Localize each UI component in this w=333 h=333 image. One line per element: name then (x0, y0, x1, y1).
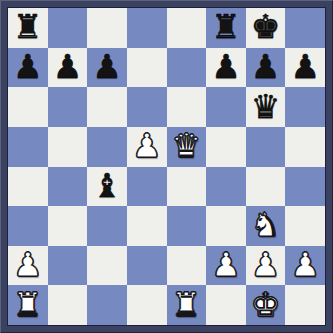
white-pawn[interactable]: ♟ (132, 129, 162, 162)
square-d6[interactable] (127, 87, 167, 127)
square-f5[interactable] (206, 127, 246, 167)
square-a1[interactable]: ♜ (8, 285, 48, 325)
square-e4[interactable] (167, 167, 207, 207)
square-f8[interactable]: ♜ (206, 8, 246, 48)
square-g6[interactable]: ♛ (246, 87, 286, 127)
square-c8[interactable] (87, 8, 127, 48)
square-h4[interactable] (285, 167, 325, 207)
black-pawn[interactable]: ♟ (290, 50, 320, 83)
square-a5[interactable] (8, 127, 48, 167)
square-d3[interactable] (127, 206, 167, 246)
square-f4[interactable] (206, 167, 246, 207)
square-c7[interactable]: ♟ (87, 48, 127, 88)
white-pawn[interactable]: ♟ (251, 248, 281, 281)
square-f7[interactable]: ♟ (206, 48, 246, 88)
square-b6[interactable] (48, 87, 88, 127)
chess-board: ♜♜♚♟♟♟♟♟♟♛♟♛♝♞♟♟♟♟♜♜♚ (8, 8, 325, 325)
square-h2[interactable]: ♟ (285, 246, 325, 286)
black-pawn[interactable]: ♟ (92, 50, 122, 83)
square-d8[interactable] (127, 8, 167, 48)
square-c2[interactable] (87, 246, 127, 286)
square-d4[interactable] (127, 167, 167, 207)
square-e7[interactable] (167, 48, 207, 88)
square-b7[interactable]: ♟ (48, 48, 88, 88)
square-f1[interactable] (206, 285, 246, 325)
square-e5[interactable]: ♛ (167, 127, 207, 167)
white-rook[interactable]: ♜ (13, 288, 43, 321)
white-queen[interactable]: ♛ (172, 129, 202, 162)
black-queen[interactable]: ♛ (251, 90, 281, 123)
square-b5[interactable] (48, 127, 88, 167)
black-rook[interactable]: ♜ (13, 10, 43, 43)
black-bishop[interactable]: ♝ (92, 169, 122, 202)
white-pawn[interactable]: ♟ (211, 248, 241, 281)
black-pawn[interactable]: ♟ (13, 50, 43, 83)
square-h7[interactable]: ♟ (285, 48, 325, 88)
square-d1[interactable] (127, 285, 167, 325)
black-rook[interactable]: ♜ (211, 10, 241, 43)
square-h6[interactable] (285, 87, 325, 127)
square-d5[interactable]: ♟ (127, 127, 167, 167)
white-pawn[interactable]: ♟ (13, 248, 43, 281)
square-h8[interactable] (285, 8, 325, 48)
square-e2[interactable] (167, 246, 207, 286)
square-h3[interactable] (285, 206, 325, 246)
square-g3[interactable]: ♞ (246, 206, 286, 246)
square-e1[interactable]: ♜ (167, 285, 207, 325)
square-f6[interactable] (206, 87, 246, 127)
white-king[interactable]: ♚ (251, 288, 281, 321)
square-a7[interactable]: ♟ (8, 48, 48, 88)
square-g7[interactable]: ♟ (246, 48, 286, 88)
square-h1[interactable] (285, 285, 325, 325)
square-c6[interactable] (87, 87, 127, 127)
square-b8[interactable] (48, 8, 88, 48)
white-knight[interactable]: ♞ (251, 208, 281, 241)
square-g4[interactable] (246, 167, 286, 207)
square-b3[interactable] (48, 206, 88, 246)
square-g8[interactable]: ♚ (246, 8, 286, 48)
square-e6[interactable] (167, 87, 207, 127)
square-g5[interactable] (246, 127, 286, 167)
black-pawn[interactable]: ♟ (53, 50, 83, 83)
square-f3[interactable] (206, 206, 246, 246)
square-b2[interactable] (48, 246, 88, 286)
white-rook[interactable]: ♜ (172, 288, 202, 321)
black-pawn[interactable]: ♟ (251, 50, 281, 83)
square-a4[interactable] (8, 167, 48, 207)
square-d7[interactable] (127, 48, 167, 88)
square-a3[interactable] (8, 206, 48, 246)
square-c4[interactable]: ♝ (87, 167, 127, 207)
square-c1[interactable] (87, 285, 127, 325)
square-a6[interactable] (8, 87, 48, 127)
square-c5[interactable] (87, 127, 127, 167)
square-b1[interactable] (48, 285, 88, 325)
black-pawn[interactable]: ♟ (211, 50, 241, 83)
chess-board-frame: ♜♜♚♟♟♟♟♟♟♛♟♛♝♞♟♟♟♟♜♜♚ (0, 0, 333, 333)
square-e3[interactable] (167, 206, 207, 246)
square-e8[interactable] (167, 8, 207, 48)
square-c3[interactable] (87, 206, 127, 246)
square-b4[interactable] (48, 167, 88, 207)
square-a8[interactable]: ♜ (8, 8, 48, 48)
white-pawn[interactable]: ♟ (290, 248, 320, 281)
square-d2[interactable] (127, 246, 167, 286)
square-h5[interactable] (285, 127, 325, 167)
black-king[interactable]: ♚ (251, 10, 281, 43)
square-g2[interactable]: ♟ (246, 246, 286, 286)
square-a2[interactable]: ♟ (8, 246, 48, 286)
square-g1[interactable]: ♚ (246, 285, 286, 325)
square-f2[interactable]: ♟ (206, 246, 246, 286)
